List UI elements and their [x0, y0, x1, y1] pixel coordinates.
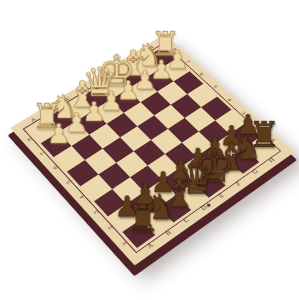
board-surface: ABCDEFGH ABCDEFGH 12345678 12345678 ◆ ♜♞…	[10, 34, 294, 265]
piece-glyph: ♟	[37, 120, 81, 147]
piece-glyph: ♜	[119, 200, 166, 237]
chess-board: ABCDEFGH ABCDEFGH 12345678 12345678 ◆ ♜♞…	[10, 34, 294, 265]
rank-label: 5	[203, 79, 226, 96]
brand-stamp: ◆	[204, 202, 212, 209]
squares-grid: ♜♞♝♛♚♝♞♜♟♟♟♟♟♟♟♟♟♟♟♟♟♟♟♟♜♞♝♛♚♝♞♜	[28, 47, 276, 248]
chess-set-photo: ABCDEFGH ABCDEFGH 12345678 12345678 ◆ ♜♞…	[0, 0, 299, 300]
rank-label: 4	[217, 92, 240, 109]
